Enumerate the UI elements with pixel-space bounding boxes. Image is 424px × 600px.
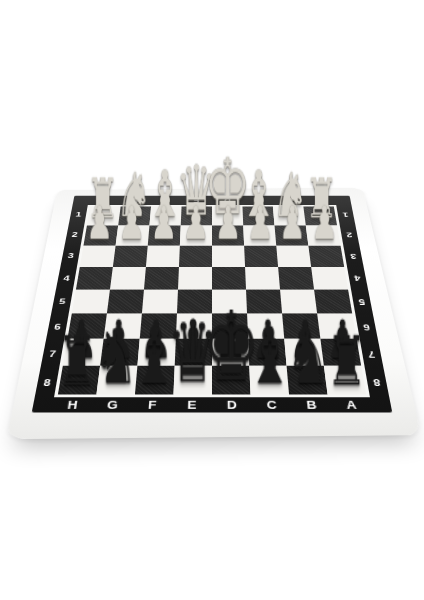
file-labels-top: HGFEDCBA xyxy=(88,196,336,205)
file-label-bottom-a: A xyxy=(330,397,372,412)
scene: HGFEDCBA HGFEDCBA 12345678 12345678 ♜♞♝♛… xyxy=(0,0,424,600)
file-label-top-e: E xyxy=(181,196,212,205)
file-labels-bottom: HGFEDCBA xyxy=(51,397,372,412)
square-g3 xyxy=(113,246,148,267)
square-a4 xyxy=(311,267,348,290)
square-d8: ♚ xyxy=(212,366,251,395)
product-photo: HGFEDCBA HGFEDCBA 12345678 12345678 ♜♞♝♛… xyxy=(0,0,424,600)
board-inner-border: ♜♞♝♛♚♝♞♜♟♟♟♟♟♟♟♟♟♟♟♟♟♟♟♟♜♞♝♛♚♝♞♜ xyxy=(54,205,370,397)
square-a8: ♜ xyxy=(324,366,366,395)
file-label-top-h: H xyxy=(88,196,120,205)
square-h2: ♟ xyxy=(83,226,118,246)
black-knight-b8: ♞ xyxy=(286,320,331,395)
file-label-top-d: D xyxy=(212,196,243,205)
file-label-bottom-e: E xyxy=(172,397,212,412)
square-h3 xyxy=(80,246,116,267)
white-pawn-g2: ♟ xyxy=(118,200,145,245)
file-label-bottom-d: D xyxy=(212,397,252,412)
white-pawn-h2: ♟ xyxy=(86,200,113,245)
square-c3 xyxy=(244,246,278,267)
square-c2: ♟ xyxy=(243,226,276,246)
white-pawn-d2: ♟ xyxy=(215,200,242,245)
square-c8: ♝ xyxy=(249,366,289,395)
file-label-top-b: B xyxy=(273,196,305,205)
white-pawn-e2: ♟ xyxy=(182,200,209,245)
file-label-bottom-g: G xyxy=(92,397,133,412)
white-pawn-f2: ♟ xyxy=(150,200,177,245)
chess-board: ♜♞♝♛♚♝♞♜♟♟♟♟♟♟♟♟♟♟♟♟♟♟♟♟♜♞♝♛♚♝♞♜ xyxy=(58,207,366,395)
board-tilt-wrapper: HGFEDCBA HGFEDCBA 12345678 12345678 ♜♞♝♛… xyxy=(32,196,392,413)
file-label-top-c: C xyxy=(243,196,274,205)
square-c4 xyxy=(245,267,280,290)
square-f3 xyxy=(146,246,180,267)
square-d2: ♟ xyxy=(212,226,244,246)
square-d4 xyxy=(212,267,246,290)
square-g2: ♟ xyxy=(116,226,150,246)
square-a3 xyxy=(308,246,344,267)
file-label-bottom-f: F xyxy=(132,397,173,412)
board-frame: HGFEDCBA HGFEDCBA 12345678 12345678 ♜♞♝♛… xyxy=(32,196,393,413)
white-pawn-a2: ♟ xyxy=(311,200,338,245)
file-label-bottom-c: C xyxy=(251,397,292,412)
file-label-bottom-h: H xyxy=(51,397,93,412)
square-h4 xyxy=(76,267,113,290)
square-d3 xyxy=(212,246,245,267)
square-g4 xyxy=(110,267,146,290)
square-a2: ♟ xyxy=(306,226,341,246)
square-b8: ♞ xyxy=(287,366,328,395)
square-e3 xyxy=(179,246,212,267)
square-e4 xyxy=(178,267,212,290)
white-pawn-b2: ♟ xyxy=(279,200,306,245)
file-label-top-f: F xyxy=(150,196,181,205)
square-b2: ♟ xyxy=(275,226,309,246)
square-b3 xyxy=(276,246,311,267)
file-label-bottom-b: B xyxy=(291,397,332,412)
square-e2: ♟ xyxy=(180,226,212,246)
square-f2: ♟ xyxy=(148,226,181,246)
square-b4 xyxy=(278,267,314,290)
black-rook-a8: ♜ xyxy=(327,327,368,395)
file-label-top-g: G xyxy=(119,196,151,205)
white-pawn-c2: ♟ xyxy=(247,200,274,245)
black-rook-h8: ♜ xyxy=(57,327,98,395)
file-label-top-a: A xyxy=(304,196,336,205)
square-f4 xyxy=(144,267,179,290)
